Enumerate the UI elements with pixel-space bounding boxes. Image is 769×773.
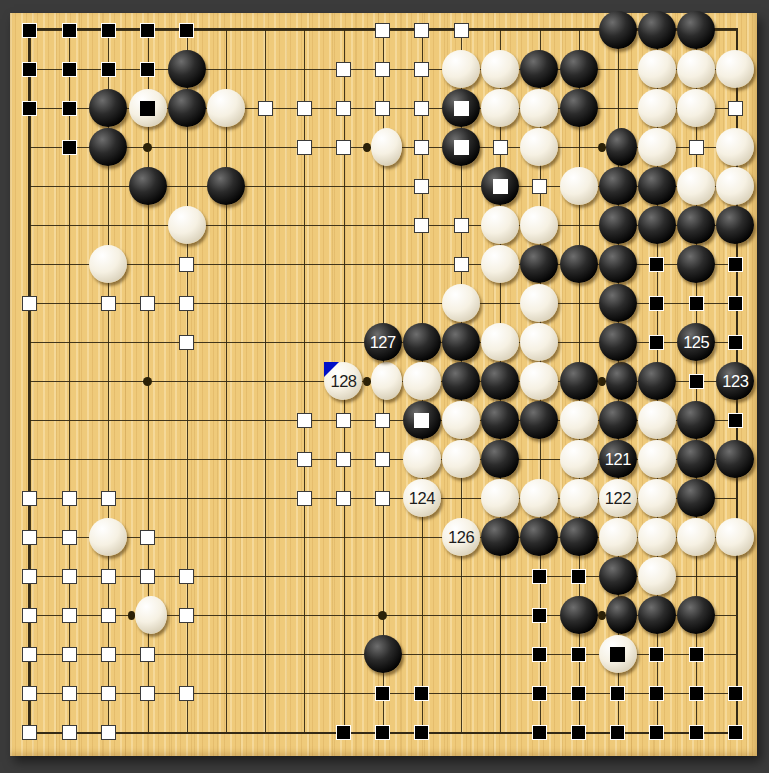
territory-mark-black — [532, 569, 547, 584]
stone-black: ● — [677, 440, 715, 478]
board-intersection[interactable]: ○ — [637, 89, 676, 128]
board-intersection[interactable]: ● — [598, 362, 637, 401]
board-intersection[interactable]: ● — [363, 635, 402, 674]
territory-mark-black — [62, 23, 77, 38]
board-intersection[interactable]: ○ — [128, 596, 167, 635]
board-intersection[interactable] — [50, 674, 89, 713]
territory-mark-white — [689, 140, 704, 155]
board-intersection[interactable] — [716, 89, 755, 128]
board-intersection[interactable]: ○ — [481, 323, 520, 362]
board-intersection[interactable] — [637, 323, 676, 362]
board-intersection[interactable]: ○ — [637, 557, 676, 596]
board-intersection[interactable] — [363, 479, 402, 518]
stone-black: ● — [481, 362, 519, 400]
board-intersection[interactable]: ● — [598, 206, 637, 245]
stone-white: ○ — [442, 50, 480, 88]
board-intersection[interactable] — [10, 596, 49, 635]
board-intersection[interactable] — [716, 323, 755, 362]
board-intersection[interactable]: ○ — [637, 479, 676, 518]
board-intersection[interactable] — [402, 11, 441, 50]
territory-mark-white — [179, 335, 194, 350]
stone-black: ● — [481, 440, 519, 478]
board-intersection[interactable] — [677, 128, 716, 167]
board-intersection[interactable] — [637, 284, 676, 323]
board-intersection[interactable]: ○ — [637, 50, 676, 89]
territory-mark-white — [22, 647, 37, 662]
board-intersection[interactable] — [167, 323, 206, 362]
board-intersection[interactable] — [402, 167, 441, 206]
board-intersection[interactable] — [167, 596, 206, 635]
territory-mark-black — [22, 23, 37, 38]
go-board[interactable]: ○●○●○●●●●●○○●●○○○●○●○●○○●○○●●○○○●●●○●●○○… — [10, 11, 755, 752]
stone-black: ● — [606, 362, 638, 400]
board-intersection[interactable] — [10, 635, 49, 674]
stone-white: ○ — [677, 167, 715, 205]
board-intersection[interactable]: ● — [677, 245, 716, 284]
board-intersection[interactable]: ● — [520, 401, 559, 440]
territory-mark-black — [649, 296, 664, 311]
board-intersection[interactable] — [50, 479, 89, 518]
stone-white: ○ — [481, 50, 519, 88]
board-intersection[interactable]: ○ — [520, 89, 559, 128]
territory-mark-black — [532, 725, 547, 740]
board-intersection[interactable]: ○ — [402, 440, 441, 479]
board-intersection[interactable] — [363, 401, 402, 440]
board-intersection[interactable] — [520, 167, 559, 206]
board-intersection[interactable] — [167, 11, 206, 50]
board-intersection[interactable] — [363, 50, 402, 89]
territory-mark-white — [179, 686, 194, 701]
board-intersection[interactable]: ● — [402, 323, 441, 362]
board-intersection[interactable] — [50, 11, 89, 50]
board-intersection[interactable] — [89, 479, 128, 518]
territory-mark-black — [375, 686, 390, 701]
board-intersection[interactable]: ● — [598, 245, 637, 284]
board-intersection[interactable]: ○ — [481, 245, 520, 284]
board-intersection[interactable] — [363, 713, 402, 752]
board-intersection[interactable]: ● — [677, 479, 716, 518]
board-intersection[interactable] — [324, 479, 363, 518]
board-intersection[interactable] — [324, 128, 363, 167]
board-intersection[interactable] — [89, 635, 128, 674]
board-intersection[interactable] — [10, 479, 49, 518]
board-intersection[interactable]: ○ — [89, 518, 128, 557]
board-intersection[interactable] — [10, 50, 49, 89]
board-intersection[interactable] — [128, 674, 167, 713]
star-point — [598, 611, 606, 620]
board-intersection[interactable]: ● — [128, 167, 167, 206]
board-intersection[interactable]: ○ — [363, 128, 402, 167]
board-intersection[interactable] — [677, 635, 716, 674]
board-intersection[interactable]: ● — [559, 89, 598, 128]
board-intersection[interactable] — [637, 635, 676, 674]
board-intersection[interactable]: ● — [559, 362, 598, 401]
board-intersection[interactable]: ○ — [167, 206, 206, 245]
board-intersection[interactable] — [10, 89, 49, 128]
board-intersection[interactable] — [402, 713, 441, 752]
board-intersection[interactable] — [363, 440, 402, 479]
board-intersection[interactable]: ○ — [520, 128, 559, 167]
stone-black: ● — [560, 362, 598, 400]
board-intersection[interactable]: ● — [206, 167, 245, 206]
board-intersection[interactable] — [285, 89, 324, 128]
board-intersection[interactable]: ● — [441, 362, 480, 401]
move-number-label: 127 — [363, 333, 402, 352]
board-intersection[interactable] — [441, 206, 480, 245]
dead-stone-mark — [454, 101, 469, 116]
board-intersection[interactable] — [50, 557, 89, 596]
territory-mark-black — [62, 101, 77, 116]
board-intersection[interactable]: ● — [89, 89, 128, 128]
board-intersection[interactable]: ○122 — [598, 479, 637, 518]
board-intersection[interactable]: ● — [677, 206, 716, 245]
board-intersection[interactable] — [50, 89, 89, 128]
stone-black: ● — [560, 596, 598, 634]
board-intersection[interactable] — [324, 401, 363, 440]
board-intersection[interactable] — [441, 11, 480, 50]
board-intersection[interactable] — [559, 557, 598, 596]
board-intersection[interactable] — [677, 284, 716, 323]
board-intersection[interactable]: ○ — [481, 206, 520, 245]
board-intersection[interactable]: ● — [481, 362, 520, 401]
board-intersection[interactable] — [677, 362, 716, 401]
board-intersection[interactable]: ● — [481, 167, 520, 206]
board-intersection[interactable] — [285, 440, 324, 479]
board-intersection[interactable]: ● — [559, 596, 598, 635]
stone-white: ○ — [677, 89, 715, 127]
stone-white: ○ — [135, 596, 167, 634]
board-intersection[interactable] — [50, 128, 89, 167]
board-intersection[interactable]: ●121 — [598, 440, 637, 479]
board-intersection[interactable] — [363, 89, 402, 128]
territory-mark-white — [414, 140, 429, 155]
board-intersection[interactable]: ● — [637, 362, 676, 401]
stone-white: ○ — [481, 89, 519, 127]
territory-mark-white — [454, 23, 469, 38]
board-intersection[interactable] — [402, 128, 441, 167]
board-intersection[interactable]: ○ — [637, 518, 676, 557]
board-intersection[interactable]: ○ — [520, 323, 559, 362]
board-intersection[interactable]: ● — [598, 596, 637, 635]
territory-mark-black — [532, 608, 547, 623]
board-intersection[interactable]: ● — [637, 167, 676, 206]
territory-mark-black — [375, 725, 390, 740]
board-intersection[interactable] — [716, 401, 755, 440]
board-intersection[interactable] — [167, 557, 206, 596]
board-intersection[interactable] — [363, 11, 402, 50]
territory-mark-white — [22, 608, 37, 623]
board-intersection[interactable] — [50, 713, 89, 752]
dead-stone-mark — [140, 101, 155, 116]
board-intersection[interactable] — [89, 50, 128, 89]
move-number-label: 126 — [441, 528, 480, 547]
board-intersection[interactable] — [559, 674, 598, 713]
board-intersection[interactable]: ● — [716, 440, 755, 479]
board-intersection[interactable] — [285, 401, 324, 440]
board-intersection[interactable] — [128, 284, 167, 323]
board-intersection[interactable]: ● — [520, 245, 559, 284]
board-intersection[interactable] — [50, 635, 89, 674]
board-intersection[interactable] — [363, 674, 402, 713]
board-intersection[interactable] — [128, 50, 167, 89]
board-intersection[interactable]: ○ — [716, 518, 755, 557]
board-intersection[interactable]: ● — [520, 50, 559, 89]
board-intersection[interactable]: ● — [598, 11, 637, 50]
board-intersection[interactable]: ● — [598, 557, 637, 596]
board-intersection[interactable]: ● — [559, 518, 598, 557]
board-intersection[interactable] — [167, 284, 206, 323]
board-intersection[interactable] — [10, 11, 49, 50]
board-intersection[interactable] — [128, 128, 167, 167]
stone-black: ● — [606, 596, 638, 634]
stone-black: ● — [481, 518, 519, 556]
board-intersection[interactable] — [50, 518, 89, 557]
board-intersection[interactable] — [559, 635, 598, 674]
board-intersection[interactable]: ○ — [402, 362, 441, 401]
stone-white: ○ — [560, 440, 598, 478]
board-intersection[interactable]: ○ — [481, 89, 520, 128]
board-intersection[interactable]: ○ — [128, 89, 167, 128]
territory-mark-white — [297, 101, 312, 116]
board-intersection[interactable]: ● — [559, 245, 598, 284]
stone-white: ○ — [481, 323, 519, 361]
board-intersection[interactable] — [50, 596, 89, 635]
territory-mark-black — [649, 335, 664, 350]
stone-white: ○ — [207, 89, 245, 127]
board-intersection[interactable] — [637, 713, 676, 752]
board-intersection[interactable] — [716, 713, 755, 752]
board-intersection[interactable]: ○ — [559, 401, 598, 440]
board-intersection[interactable] — [677, 674, 716, 713]
board-intersection[interactable] — [128, 11, 167, 50]
board-intersection[interactable] — [598, 674, 637, 713]
board-intersection[interactable]: ● — [637, 206, 676, 245]
territory-mark-black — [649, 257, 664, 272]
board-intersection[interactable] — [128, 557, 167, 596]
board-intersection[interactable]: ● — [481, 518, 520, 557]
board-intersection[interactable] — [520, 635, 559, 674]
board-intersection[interactable]: ● — [441, 323, 480, 362]
board-intersection[interactable] — [324, 50, 363, 89]
board-intersection[interactable] — [716, 284, 755, 323]
board-intersection[interactable]: ● — [598, 167, 637, 206]
board-intersection[interactable] — [89, 713, 128, 752]
board-intersection[interactable]: ○ — [559, 440, 598, 479]
board-intersection[interactable] — [128, 635, 167, 674]
board-intersection[interactable]: ● — [637, 596, 676, 635]
territory-mark-black — [571, 569, 586, 584]
territory-mark-black — [62, 140, 77, 155]
board-intersection[interactable] — [10, 557, 49, 596]
board-intersection[interactable] — [363, 596, 402, 635]
board-intersection[interactable] — [89, 557, 128, 596]
board-intersection[interactable]: ●123 — [716, 362, 755, 401]
board-intersection[interactable] — [10, 713, 49, 752]
board-intersection[interactable] — [716, 674, 755, 713]
board-intersection[interactable]: ○ — [716, 128, 755, 167]
board-intersection[interactable] — [285, 479, 324, 518]
board-intersection[interactable] — [89, 596, 128, 635]
board-intersection[interactable]: ○ — [677, 167, 716, 206]
board-intersection[interactable] — [89, 284, 128, 323]
territory-mark-white — [336, 62, 351, 77]
board-intersection[interactable]: ○ — [441, 284, 480, 323]
territory-mark-black — [414, 725, 429, 740]
board-intersection[interactable]: ○126 — [441, 518, 480, 557]
board-intersection[interactable]: ○ — [520, 362, 559, 401]
stone-white: ○ — [638, 518, 676, 556]
board-intersection[interactable] — [324, 89, 363, 128]
board-intersection[interactable]: ● — [89, 128, 128, 167]
star-point — [363, 377, 371, 386]
board-intersection[interactable]: ○ — [481, 479, 520, 518]
board-intersection[interactable]: ○ — [637, 128, 676, 167]
board-intersection[interactable] — [520, 557, 559, 596]
board-intersection[interactable]: ○ — [598, 635, 637, 674]
board-intersection[interactable]: ● — [441, 128, 480, 167]
board-intersection[interactable] — [402, 674, 441, 713]
board-intersection[interactable] — [10, 674, 49, 713]
territory-mark-black — [649, 725, 664, 740]
board-intersection[interactable]: ●125 — [677, 323, 716, 362]
board-intersection[interactable]: ○ — [520, 206, 559, 245]
board-intersection[interactable]: ● — [677, 11, 716, 50]
stone-black: ● — [168, 50, 206, 88]
board-intersection[interactable] — [10, 284, 49, 323]
board-intersection[interactable] — [167, 245, 206, 284]
board-intersection[interactable] — [520, 713, 559, 752]
board-intersection[interactable]: ● — [167, 50, 206, 89]
stone-white: ○ — [520, 89, 558, 127]
stone-black: ● — [481, 401, 519, 439]
stone-white: ○ — [442, 401, 480, 439]
board-intersection[interactable] — [637, 245, 676, 284]
board-intersection[interactable]: ● — [520, 518, 559, 557]
territory-mark-white — [140, 296, 155, 311]
board-intersection[interactable] — [128, 362, 167, 401]
board-intersection[interactable]: ○ — [716, 167, 755, 206]
stone-white: ○ — [442, 440, 480, 478]
board-intersection[interactable]: ● — [441, 89, 480, 128]
board-intersection[interactable]: ● — [559, 50, 598, 89]
board-intersection[interactable]: ○ — [637, 440, 676, 479]
board-intersection[interactable]: ● — [167, 89, 206, 128]
board-intersection[interactable] — [402, 206, 441, 245]
board-intersection[interactable] — [89, 11, 128, 50]
board-intersection[interactable]: ○ — [520, 284, 559, 323]
board-intersection[interactable]: ○ — [637, 401, 676, 440]
board-intersection[interactable]: ● — [598, 128, 637, 167]
stone-white: ○ — [677, 518, 715, 556]
territory-mark-white — [140, 647, 155, 662]
board-intersection[interactable] — [520, 596, 559, 635]
stone-white: ○ — [638, 479, 676, 517]
board-intersection[interactable] — [10, 518, 49, 557]
board-intersection[interactable]: ● — [598, 284, 637, 323]
board-intersection[interactable]: ● — [716, 206, 755, 245]
board-intersection[interactable] — [677, 713, 716, 752]
stone-white: ○ — [520, 362, 558, 400]
board-intersection[interactable]: ● — [598, 401, 637, 440]
stone-black: ● — [599, 557, 637, 595]
territory-mark-white — [179, 608, 194, 623]
board-intersection[interactable]: ○ — [677, 50, 716, 89]
board-intersection[interactable] — [324, 713, 363, 752]
territory-mark-white — [101, 686, 116, 701]
board-intersection[interactable]: ○ — [559, 479, 598, 518]
stone-black: ● — [89, 89, 127, 127]
board-intersection[interactable]: ○ — [598, 518, 637, 557]
board-intersection[interactable]: ○ — [677, 89, 716, 128]
board-intersection[interactable]: ○ — [677, 518, 716, 557]
board-intersection[interactable]: ● — [598, 323, 637, 362]
territory-mark-white — [179, 569, 194, 584]
board-intersection[interactable] — [716, 245, 755, 284]
board-intersection[interactable]: ○128 — [324, 362, 363, 401]
board-intersection[interactable]: ● — [481, 401, 520, 440]
board-intersection[interactable] — [285, 128, 324, 167]
stone-white: ○ — [481, 479, 519, 517]
board-intersection[interactable] — [559, 713, 598, 752]
board-intersection[interactable]: ○ — [363, 362, 402, 401]
board-intersection[interactable]: ● — [677, 440, 716, 479]
board-intersection[interactable]: ● — [481, 440, 520, 479]
board-intersection[interactable]: ● — [677, 596, 716, 635]
board-intersection[interactable]: ○ — [559, 167, 598, 206]
board-intersection[interactable]: ○ — [441, 440, 480, 479]
board-intersection[interactable]: ○124 — [402, 479, 441, 518]
board-intersection[interactable]: ○ — [206, 89, 245, 128]
board-intersection[interactable]: ○ — [89, 245, 128, 284]
stone-black: ● — [599, 284, 637, 322]
territory-mark-black — [101, 62, 116, 77]
board-intersection[interactable] — [167, 674, 206, 713]
board-intersection[interactable] — [520, 674, 559, 713]
board-intersection[interactable] — [598, 713, 637, 752]
territory-mark-white — [297, 491, 312, 506]
territory-mark-black — [571, 686, 586, 701]
board-intersection[interactable]: ●127 — [363, 323, 402, 362]
board-intersection[interactable]: ○ — [520, 479, 559, 518]
territory-mark-black — [101, 23, 116, 38]
board-intersection[interactable] — [128, 518, 167, 557]
board-intersection[interactable] — [50, 50, 89, 89]
board-intersection[interactable]: ● — [402, 401, 441, 440]
board-intersection[interactable] — [402, 50, 441, 89]
board-intersection[interactable] — [441, 245, 480, 284]
territory-mark-black — [649, 647, 664, 662]
board-intersection[interactable] — [246, 89, 285, 128]
board-intersection[interactable]: ○ — [441, 401, 480, 440]
board-intersection[interactable] — [637, 674, 676, 713]
board-intersection[interactable] — [402, 89, 441, 128]
board-intersection[interactable]: ○ — [481, 50, 520, 89]
board-intersection[interactable]: ● — [637, 11, 676, 50]
territory-mark-white — [22, 491, 37, 506]
territory-mark-white — [336, 140, 351, 155]
board-intersection[interactable] — [324, 440, 363, 479]
territory-mark-white — [101, 491, 116, 506]
board-intersection[interactable]: ○ — [716, 50, 755, 89]
territory-mark-white — [179, 257, 194, 272]
board-intersection[interactable]: ○ — [441, 50, 480, 89]
board-intersection[interactable] — [481, 128, 520, 167]
territory-mark-white — [454, 218, 469, 233]
stone-white: ○ — [560, 401, 598, 439]
board-intersection[interactable] — [89, 674, 128, 713]
dead-stone-mark — [414, 413, 429, 428]
board-intersection[interactable]: ● — [677, 401, 716, 440]
